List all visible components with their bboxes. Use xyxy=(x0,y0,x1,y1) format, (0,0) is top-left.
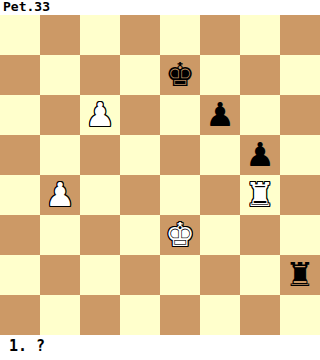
square-a2[interactable] xyxy=(0,255,40,295)
square-a4[interactable] xyxy=(0,175,40,215)
square-f8[interactable] xyxy=(200,15,240,55)
square-g8[interactable] xyxy=(240,15,280,55)
square-e6[interactable] xyxy=(160,95,200,135)
square-g7[interactable] xyxy=(240,55,280,95)
square-g3[interactable] xyxy=(240,215,280,255)
square-c4[interactable] xyxy=(80,175,120,215)
square-e5[interactable] xyxy=(160,135,200,175)
piece-white-pawn: ♟ xyxy=(45,175,75,215)
square-g2[interactable] xyxy=(240,255,280,295)
piece-black-rook: ♜ xyxy=(285,255,315,295)
square-c6[interactable]: ♟ xyxy=(80,95,120,135)
square-c3[interactable] xyxy=(80,215,120,255)
square-c8[interactable] xyxy=(80,15,120,55)
piece-black-pawn: ♟ xyxy=(245,135,275,175)
square-f5[interactable] xyxy=(200,135,240,175)
square-a3[interactable] xyxy=(0,215,40,255)
square-d4[interactable] xyxy=(120,175,160,215)
square-c1[interactable] xyxy=(80,295,120,335)
square-d1[interactable] xyxy=(120,295,160,335)
square-f7[interactable] xyxy=(200,55,240,95)
square-h6[interactable] xyxy=(280,95,320,135)
square-b7[interactable] xyxy=(40,55,80,95)
square-g1[interactable] xyxy=(240,295,280,335)
piece-black-king: ♚ xyxy=(165,55,195,95)
piece-white-rook: ♜ xyxy=(245,175,275,215)
square-f4[interactable] xyxy=(200,175,240,215)
square-b6[interactable] xyxy=(40,95,80,135)
piece-white-pawn: ♟ xyxy=(85,95,115,135)
square-b2[interactable] xyxy=(40,255,80,295)
square-g4[interactable]: ♜ xyxy=(240,175,280,215)
square-d6[interactable] xyxy=(120,95,160,135)
square-d8[interactable] xyxy=(120,15,160,55)
square-h7[interactable] xyxy=(280,55,320,95)
square-d7[interactable] xyxy=(120,55,160,95)
square-h8[interactable] xyxy=(280,15,320,55)
square-e3[interactable]: ♚ xyxy=(160,215,200,255)
square-h3[interactable] xyxy=(280,215,320,255)
diagram-title: Pet.33 xyxy=(3,0,50,14)
square-e2[interactable] xyxy=(160,255,200,295)
square-d2[interactable] xyxy=(120,255,160,295)
square-h1[interactable] xyxy=(280,295,320,335)
square-f6[interactable]: ♟ xyxy=(200,95,240,135)
square-d5[interactable] xyxy=(120,135,160,175)
square-e1[interactable] xyxy=(160,295,200,335)
square-g5[interactable]: ♟ xyxy=(240,135,280,175)
square-a5[interactable] xyxy=(0,135,40,175)
square-e8[interactable] xyxy=(160,15,200,55)
square-c5[interactable] xyxy=(80,135,120,175)
square-f3[interactable] xyxy=(200,215,240,255)
square-b1[interactable] xyxy=(40,295,80,335)
square-a1[interactable] xyxy=(0,295,40,335)
square-c2[interactable] xyxy=(80,255,120,295)
square-b8[interactable] xyxy=(40,15,80,55)
square-b3[interactable] xyxy=(40,215,80,255)
square-g6[interactable] xyxy=(240,95,280,135)
square-a8[interactable] xyxy=(0,15,40,55)
piece-black-pawn: ♟ xyxy=(205,95,235,135)
square-b5[interactable] xyxy=(40,135,80,175)
square-f2[interactable] xyxy=(200,255,240,295)
square-a7[interactable] xyxy=(0,55,40,95)
piece-white-king: ♚ xyxy=(165,215,195,255)
square-h4[interactable] xyxy=(280,175,320,215)
square-f1[interactable] xyxy=(200,295,240,335)
move-prompt: 1. ? xyxy=(9,337,45,355)
square-a6[interactable] xyxy=(0,95,40,135)
square-h2[interactable]: ♜ xyxy=(280,255,320,295)
chess-diagram-page: Pet.33 ♚♟♟♟♟♜♚♜ 1. ? xyxy=(0,0,320,360)
square-b4[interactable]: ♟ xyxy=(40,175,80,215)
square-h5[interactable] xyxy=(280,135,320,175)
chess-board: ♚♟♟♟♟♜♚♜ xyxy=(0,15,320,335)
square-d3[interactable] xyxy=(120,215,160,255)
square-e4[interactable] xyxy=(160,175,200,215)
square-c7[interactable] xyxy=(80,55,120,95)
square-e7[interactable]: ♚ xyxy=(160,55,200,95)
